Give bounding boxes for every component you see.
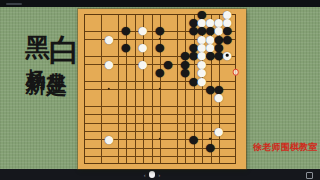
stone-white: ●	[104, 33, 114, 44]
window-title-placeholder	[6, 3, 22, 6]
stone-black: ●	[155, 42, 165, 53]
stone-white: ●	[214, 92, 224, 103]
stone-white: ●	[104, 133, 114, 144]
stone-black: ●	[189, 133, 199, 144]
channel-watermark: 徐老师围棋教室	[253, 141, 317, 154]
stone-white: ●	[104, 58, 114, 69]
black-player-name: 杨鼎新	[25, 53, 47, 59]
next-move-icon[interactable]: ›	[158, 172, 160, 178]
black-player-label: 黑	[22, 15, 55, 17]
go-board[interactable]: ●●●●●●●●●●●●●●●●●●●●●●●●●●●●●●●●●●●●●●●●…	[78, 9, 246, 169]
white-player-label: 白	[43, 10, 85, 12]
white-player-name: 芈昱廷	[46, 56, 68, 62]
stone-black: ●	[206, 142, 216, 153]
red-circle-marker	[232, 69, 239, 76]
stone-black: ●	[121, 25, 131, 36]
prev-move-icon[interactable]: ‹	[144, 172, 146, 178]
stone-black: ●	[155, 25, 165, 36]
stone-black: ●	[155, 67, 165, 78]
stone-black: ●	[121, 42, 131, 53]
stone-white: ●	[138, 58, 148, 69]
last-move-dot-marker	[226, 54, 229, 57]
stone-white: ●	[138, 25, 148, 36]
toggle-knob-icon[interactable]	[149, 171, 156, 178]
stone-white: ●	[138, 42, 148, 53]
screenshot-stage: 黑 白 杨鼎新 芈昱廷 ●●●●●●●●●●●●●●●●●●●●●●●●●●●●…	[0, 0, 320, 180]
playback-controls[interactable]: ‹ ›	[132, 169, 172, 180]
stone-white: ●	[214, 125, 224, 136]
top-letterbox-bar	[0, 0, 320, 7]
fullscreen-icon[interactable]	[306, 172, 313, 179]
